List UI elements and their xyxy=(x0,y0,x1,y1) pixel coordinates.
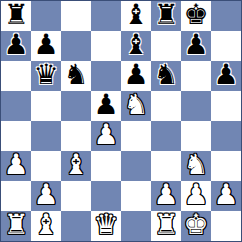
square-c3[interactable]: ♝ xyxy=(61,151,91,181)
piece-white-pawn-g2: ♟ xyxy=(183,181,208,209)
square-f5[interactable] xyxy=(151,91,181,121)
square-a8[interactable]: ♜ xyxy=(1,1,31,31)
square-c4[interactable] xyxy=(61,121,91,151)
square-d3[interactable] xyxy=(91,151,121,181)
piece-white-pawn-h2: ♟ xyxy=(213,181,238,209)
piece-black-pawn-a7: ♟ xyxy=(3,31,28,59)
square-g6[interactable] xyxy=(181,61,211,91)
square-a2[interactable] xyxy=(1,181,31,211)
square-c8[interactable] xyxy=(61,1,91,31)
piece-white-queen-d1: ♛ xyxy=(93,211,118,239)
piece-white-king-g1: ♚ xyxy=(183,211,208,239)
square-a3[interactable]: ♟ xyxy=(1,151,31,181)
piece-black-pawn-d5: ♟ xyxy=(93,91,118,119)
square-h3[interactable] xyxy=(211,151,241,181)
square-h2[interactable]: ♟ xyxy=(211,181,241,211)
piece-white-bishop-c3: ♝ xyxy=(63,151,88,179)
square-b7[interactable]: ♟ xyxy=(31,31,61,61)
square-c7[interactable] xyxy=(61,31,91,61)
square-f3[interactable] xyxy=(151,151,181,181)
square-g1[interactable]: ♚ xyxy=(181,211,211,241)
square-e5[interactable]: ♞ xyxy=(121,91,151,121)
square-c6[interactable]: ♞ xyxy=(61,61,91,91)
piece-white-pawn-d4: ♟ xyxy=(93,121,118,149)
square-d6[interactable] xyxy=(91,61,121,91)
piece-black-rook-f8: ♜ xyxy=(153,1,178,29)
square-f6[interactable]: ♞ xyxy=(151,61,181,91)
piece-black-pawn-g7: ♟ xyxy=(183,31,208,59)
square-f7[interactable] xyxy=(151,31,181,61)
square-h8[interactable] xyxy=(211,1,241,31)
piece-black-knight-f6: ♞ xyxy=(153,61,178,89)
square-e4[interactable] xyxy=(121,121,151,151)
square-b4[interactable] xyxy=(31,121,61,151)
piece-black-knight-c6: ♞ xyxy=(63,61,88,89)
square-d5[interactable]: ♟ xyxy=(91,91,121,121)
square-f1[interactable]: ♜ xyxy=(151,211,181,241)
square-g8[interactable]: ♚ xyxy=(181,1,211,31)
square-c5[interactable] xyxy=(61,91,91,121)
piece-white-rook-a1: ♜ xyxy=(3,211,28,239)
piece-white-pawn-f2: ♟ xyxy=(153,181,178,209)
square-e2[interactable] xyxy=(121,181,151,211)
square-a5[interactable] xyxy=(1,91,31,121)
square-d1[interactable]: ♛ xyxy=(91,211,121,241)
square-a4[interactable] xyxy=(1,121,31,151)
square-b3[interactable] xyxy=(31,151,61,181)
piece-black-rook-a8: ♜ xyxy=(3,1,28,29)
square-b6[interactable]: ♛ xyxy=(31,61,61,91)
square-b2[interactable]: ♟ xyxy=(31,181,61,211)
square-e1[interactable] xyxy=(121,211,151,241)
square-c2[interactable] xyxy=(61,181,91,211)
square-a1[interactable]: ♜ xyxy=(1,211,31,241)
chess-board: ♜♝♜♚♟♟♝♟♛♞♟♞♟♟♞♟♟♝♞♟♟♟♟♜♝♛♜♚ xyxy=(0,0,242,242)
piece-black-pawn-e6: ♟ xyxy=(123,61,148,89)
square-b5[interactable] xyxy=(31,91,61,121)
square-h1[interactable] xyxy=(211,211,241,241)
square-a6[interactable] xyxy=(1,61,31,91)
square-h7[interactable] xyxy=(211,31,241,61)
square-g4[interactable] xyxy=(181,121,211,151)
square-f8[interactable]: ♜ xyxy=(151,1,181,31)
square-b8[interactable] xyxy=(31,1,61,31)
square-e7[interactable]: ♝ xyxy=(121,31,151,61)
piece-white-bishop-b1: ♝ xyxy=(33,211,58,239)
square-c1[interactable] xyxy=(61,211,91,241)
square-g7[interactable]: ♟ xyxy=(181,31,211,61)
square-e8[interactable]: ♝ xyxy=(121,1,151,31)
square-d4[interactable]: ♟ xyxy=(91,121,121,151)
piece-white-pawn-b2: ♟ xyxy=(33,181,58,209)
square-d2[interactable] xyxy=(91,181,121,211)
piece-black-pawn-b7: ♟ xyxy=(33,31,58,59)
piece-white-pawn-a3: ♟ xyxy=(3,151,28,179)
square-a7[interactable]: ♟ xyxy=(1,31,31,61)
piece-black-queen-b6: ♛ xyxy=(33,61,58,89)
square-g3[interactable]: ♞ xyxy=(181,151,211,181)
square-e6[interactable]: ♟ xyxy=(121,61,151,91)
square-g2[interactable]: ♟ xyxy=(181,181,211,211)
square-e3[interactable] xyxy=(121,151,151,181)
square-h5[interactable] xyxy=(211,91,241,121)
piece-white-rook-f1: ♜ xyxy=(153,211,178,239)
square-f2[interactable]: ♟ xyxy=(151,181,181,211)
square-g5[interactable] xyxy=(181,91,211,121)
piece-black-pawn-h6: ♟ xyxy=(213,61,238,89)
piece-black-bishop-e8: ♝ xyxy=(123,1,148,29)
square-h6[interactable]: ♟ xyxy=(211,61,241,91)
piece-black-king-g8: ♚ xyxy=(183,1,208,29)
piece-white-knight-g3: ♞ xyxy=(183,151,208,179)
square-f4[interactable] xyxy=(151,121,181,151)
piece-black-bishop-e7: ♝ xyxy=(123,31,148,59)
square-h4[interactable] xyxy=(211,121,241,151)
square-d8[interactable] xyxy=(91,1,121,31)
piece-white-knight-e5: ♞ xyxy=(123,91,148,119)
square-b1[interactable]: ♝ xyxy=(31,211,61,241)
square-d7[interactable] xyxy=(91,31,121,61)
